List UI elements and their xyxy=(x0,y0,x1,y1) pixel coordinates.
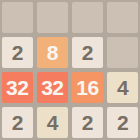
cell-r0c1 xyxy=(37,2,68,33)
cell-r2c1: 32 xyxy=(37,72,68,103)
cell-r2c3: 4 xyxy=(107,72,138,103)
cell-r0c0 xyxy=(2,2,33,33)
cell-r3c3: 2 xyxy=(107,107,138,138)
cell-r1c2: 2 xyxy=(72,37,103,68)
cell-r1c3 xyxy=(107,37,138,68)
cell-r3c2: 2 xyxy=(72,107,103,138)
cell-r1c0: 2 xyxy=(2,37,33,68)
cell-r3c1: 4 xyxy=(37,107,68,138)
cell-r2c0: 32 xyxy=(2,72,33,103)
tile-grid: 2 8 2 32 32 16 4 2 4 2 2 xyxy=(2,2,138,138)
cell-r3c0: 2 xyxy=(2,107,33,138)
cell-r1c1: 8 xyxy=(37,37,68,68)
cell-r0c2 xyxy=(72,2,103,33)
game-board-2048[interactable]: 2 8 2 32 32 16 4 2 4 2 2 xyxy=(0,0,140,140)
cell-r2c2: 16 xyxy=(72,72,103,103)
cell-r0c3 xyxy=(107,2,138,33)
